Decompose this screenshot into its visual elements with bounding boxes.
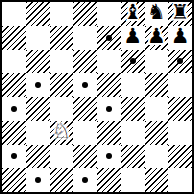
- square-c3[interactable]: ♘: [50, 121, 74, 145]
- chess-board: ♝♞♜♟♟♟♘: [2, 2, 192, 192]
- square-d5[interactable]: [73, 73, 97, 97]
- black-pawn-piece[interactable]: ♟: [123, 26, 142, 47]
- square-d7[interactable]: [73, 26, 97, 50]
- square-d2[interactable]: [73, 145, 97, 169]
- square-h3[interactable]: [168, 121, 192, 145]
- square-g4[interactable]: [145, 97, 169, 121]
- knight-move-dot: [82, 82, 88, 88]
- square-f1[interactable]: [121, 168, 145, 192]
- square-a2[interactable]: [2, 145, 26, 169]
- square-d4[interactable]: [73, 97, 97, 121]
- square-b2[interactable]: [26, 145, 50, 169]
- square-c8[interactable]: [50, 2, 74, 26]
- square-b4[interactable]: [26, 97, 50, 121]
- square-h2[interactable]: [168, 145, 192, 169]
- square-d6[interactable]: [73, 50, 97, 74]
- knight-move-dot: [106, 35, 112, 41]
- square-c7[interactable]: [50, 26, 74, 50]
- square-d1[interactable]: [73, 168, 97, 192]
- square-e4[interactable]: [97, 97, 121, 121]
- square-b8[interactable]: [26, 2, 50, 26]
- square-d8[interactable]: [73, 2, 97, 26]
- square-e5[interactable]: [97, 73, 121, 97]
- square-e2[interactable]: [97, 145, 121, 169]
- square-f4[interactable]: [121, 97, 145, 121]
- knight-move-dot: [11, 153, 17, 159]
- square-h7[interactable]: ♟: [168, 26, 192, 50]
- knight-move-dot: [11, 106, 17, 112]
- square-b6[interactable]: [26, 50, 50, 74]
- square-a8[interactable]: [2, 2, 26, 26]
- knight-move-dot: [82, 177, 88, 183]
- square-a3[interactable]: [2, 121, 26, 145]
- black-bishop-piece[interactable]: ♝: [123, 2, 142, 23]
- knight-move-dot: [35, 82, 41, 88]
- square-e6[interactable]: [97, 50, 121, 74]
- square-b7[interactable]: [26, 26, 50, 50]
- square-f5[interactable]: [121, 73, 145, 97]
- square-c6[interactable]: [50, 50, 74, 74]
- knight-move-dot: [130, 58, 136, 64]
- square-h8[interactable]: ♜: [168, 2, 192, 26]
- square-g8[interactable]: ♞: [145, 2, 169, 26]
- square-g1[interactable]: [145, 168, 169, 192]
- square-a5[interactable]: [2, 73, 26, 97]
- square-f2[interactable]: [121, 145, 145, 169]
- board-frame: ♝♞♜♟♟♟♘: [0, 0, 194, 194]
- square-f7[interactable]: ♟: [121, 26, 145, 50]
- square-d3[interactable]: [73, 121, 97, 145]
- square-g7[interactable]: ♟: [145, 26, 169, 50]
- knight-move-dot: [106, 153, 112, 159]
- square-e7[interactable]: [97, 26, 121, 50]
- square-b1[interactable]: [26, 168, 50, 192]
- square-h4[interactable]: [168, 97, 192, 121]
- square-h5[interactable]: [168, 73, 192, 97]
- square-g3[interactable]: [145, 121, 169, 145]
- square-a4[interactable]: [2, 97, 26, 121]
- black-knight-piece[interactable]: ♞: [147, 2, 166, 23]
- square-f6[interactable]: [121, 50, 145, 74]
- square-g5[interactable]: [145, 73, 169, 97]
- knight-move-dot: [106, 106, 112, 112]
- white-knight-piece[interactable]: ♘: [52, 121, 71, 142]
- square-a6[interactable]: [2, 50, 26, 74]
- square-f3[interactable]: [121, 121, 145, 145]
- square-c4[interactable]: [50, 97, 74, 121]
- square-c2[interactable]: [50, 145, 74, 169]
- square-c1[interactable]: [50, 168, 74, 192]
- square-c5[interactable]: [50, 73, 74, 97]
- black-pawn-piece[interactable]: ♟: [147, 26, 166, 47]
- square-e8[interactable]: [97, 2, 121, 26]
- square-g6[interactable]: [145, 50, 169, 74]
- black-rook-piece[interactable]: ♜: [171, 2, 190, 23]
- knight-move-dot: [35, 177, 41, 183]
- square-a1[interactable]: [2, 168, 26, 192]
- square-b5[interactable]: [26, 73, 50, 97]
- square-e3[interactable]: [97, 121, 121, 145]
- square-h6[interactable]: [168, 50, 192, 74]
- square-e1[interactable]: [97, 168, 121, 192]
- square-b3[interactable]: [26, 121, 50, 145]
- square-f8[interactable]: ♝: [121, 2, 145, 26]
- black-pawn-piece[interactable]: ♟: [171, 26, 190, 47]
- square-g2[interactable]: [145, 145, 169, 169]
- knight-move-dot: [177, 58, 183, 64]
- square-a7[interactable]: [2, 26, 26, 50]
- square-h1[interactable]: [168, 168, 192, 192]
